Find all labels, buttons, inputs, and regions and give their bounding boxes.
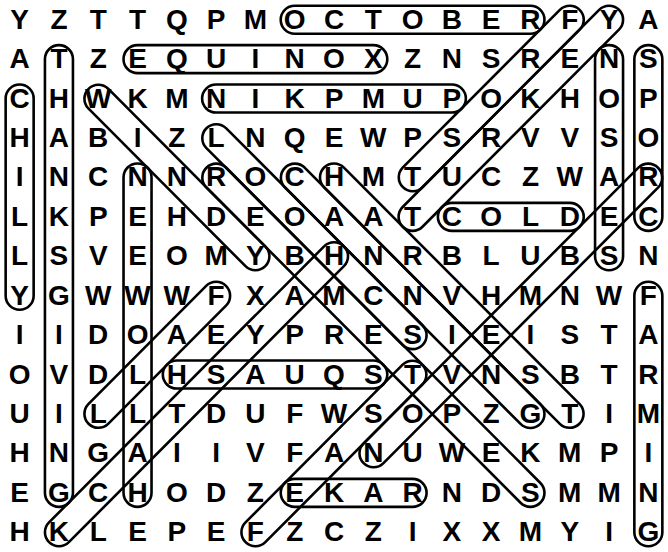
grid-cell-r12c3[interactable]: G (79, 434, 118, 473)
grid-cell-r2c7[interactable]: I (236, 39, 275, 78)
grid-cell-r7c15[interactable]: B (550, 237, 589, 276)
grid-cell-r13c7[interactable]: Z (236, 473, 275, 512)
grid-cell-r13c1[interactable]: E (0, 473, 39, 512)
grid-cell-r8c13[interactable]: H (472, 276, 511, 315)
grid-cell-r14c1[interactable]: H (0, 513, 39, 552)
grid-cell-r2c14[interactable]: R (511, 39, 550, 78)
grid-cell-r12c7[interactable]: V (236, 434, 275, 473)
grid-cell-r13c9[interactable]: K (314, 473, 353, 512)
grid-cell-r7c14[interactable]: U (511, 237, 550, 276)
grid-cell-r1c14[interactable]: R (511, 0, 550, 39)
grid-cell-r10c4[interactable]: L (118, 355, 157, 394)
grid-cell-r1c7[interactable]: M (236, 0, 275, 39)
grid-cell-r8c8[interactable]: A (275, 276, 314, 315)
grid-cell-r1c9[interactable]: C (314, 0, 353, 39)
grid-cell-r1c4[interactable]: T (118, 0, 157, 39)
grid-cell-r3c6[interactable]: N (196, 79, 235, 118)
grid-cell-r13c15[interactable]: M (550, 473, 589, 512)
grid-cell-r6c4[interactable]: E (118, 197, 157, 236)
grid-cell-r12c11[interactable]: U (393, 434, 432, 473)
grid-cell-r9c2[interactable]: I (39, 315, 78, 354)
grid-cell-r3c2[interactable]: H (39, 79, 78, 118)
grid-cell-r8c14[interactable]: M (511, 276, 550, 315)
grid-cell-r5c16[interactable]: A (589, 158, 628, 197)
grid-cell-r8c10[interactable]: C (354, 276, 393, 315)
grid-cell-r2c3[interactable]: Z (79, 39, 118, 78)
grid-cell-r12c14[interactable]: K (511, 434, 550, 473)
grid-cell-r8c17[interactable]: F (629, 276, 668, 315)
grid-cell-r13c12[interactable]: N (432, 473, 471, 512)
grid-cell-r3c5[interactable]: M (157, 79, 196, 118)
grid-cell-r14c3[interactable]: L (79, 513, 118, 552)
grid-cell-r8c15[interactable]: N (550, 276, 589, 315)
grid-cell-r14c11[interactable]: I (393, 513, 432, 552)
grid-cell-r6c13[interactable]: O (472, 197, 511, 236)
grid-cell-r10c17[interactable]: R (629, 355, 668, 394)
grid-cell-r7c8[interactable]: B (275, 237, 314, 276)
grid-cell-r11c9[interactable]: W (314, 394, 353, 433)
grid-cell-r7c4[interactable]: E (118, 237, 157, 276)
grid-cell-r1c12[interactable]: B (432, 0, 471, 39)
grid-cell-r9c10[interactable]: E (354, 315, 393, 354)
grid-cell-r9c9[interactable]: R (314, 315, 353, 354)
grid-cell-r2c1[interactable]: A (0, 39, 39, 78)
grid-cell-r5c8[interactable]: C (275, 158, 314, 197)
grid-cell-r5c1[interactable]: I (0, 158, 39, 197)
grid-cell-r4c16[interactable]: S (589, 118, 628, 157)
grid-cell-r3c10[interactable]: M (354, 79, 393, 118)
grid-cell-r12c17[interactable]: I (629, 434, 668, 473)
grid-cell-r11c13[interactable]: Z (472, 394, 511, 433)
grid-cell-r5c3[interactable]: C (79, 158, 118, 197)
grid-cell-r9c11[interactable]: S (393, 315, 432, 354)
grid-cell-r14c6[interactable]: E (196, 513, 235, 552)
grid-cell-r14c8[interactable]: Z (275, 513, 314, 552)
grid-cell-r8c11[interactable]: N (393, 276, 432, 315)
grid-cell-r11c4[interactable]: L (118, 394, 157, 433)
grid-cell-r1c1[interactable]: Y (0, 0, 39, 39)
grid-cell-r2c16[interactable]: N (589, 39, 628, 78)
grid-cell-r10c10[interactable]: S (354, 355, 393, 394)
grid-cell-r12c16[interactable]: P (589, 434, 628, 473)
grid-cell-r3c9[interactable]: P (314, 79, 353, 118)
grid-cell-r13c4[interactable]: H (118, 473, 157, 512)
grid-cell-r5c10[interactable]: M (354, 158, 393, 197)
grid-cell-r4c2[interactable]: A (39, 118, 78, 157)
grid-cell-r3c8[interactable]: K (275, 79, 314, 118)
grid-cell-r13c11[interactable]: R (393, 473, 432, 512)
grid-cell-r12c2[interactable]: N (39, 434, 78, 473)
grid-cell-r12c8[interactable]: F (275, 434, 314, 473)
grid-cell-r4c7[interactable]: N (236, 118, 275, 157)
grid-cell-r2c15[interactable]: E (550, 39, 589, 78)
grid-cell-r2c11[interactable]: Z (393, 39, 432, 78)
grid-cell-r10c8[interactable]: U (275, 355, 314, 394)
grid-cell-r1c15[interactable]: F (550, 0, 589, 39)
grid-cell-r9c8[interactable]: P (275, 315, 314, 354)
grid-cell-r4c13[interactable]: R (472, 118, 511, 157)
grid-cell-r11c7[interactable]: U (236, 394, 275, 433)
grid-cell-r12c12[interactable]: W (432, 434, 471, 473)
grid-cell-r2c5[interactable]: Q (157, 39, 196, 78)
word-search-board: YZTTQPMOCTOBERFYAATZEQUINOXZNSRENSCHWKMN… (0, 0, 668, 552)
grid-cell-r10c9[interactable]: Q (314, 355, 353, 394)
grid-cell-r1c8[interactable]: O (275, 0, 314, 39)
grid-cell-r14c10[interactable]: Z (354, 513, 393, 552)
grid-cell-r14c7[interactable]: F (236, 513, 275, 552)
grid-cell-r4c15[interactable]: V (550, 118, 589, 157)
grid-cell-r6c8[interactable]: O (275, 197, 314, 236)
grid-cell-r9c14[interactable]: I (511, 315, 550, 354)
grid-cell-r1c2[interactable]: Z (39, 0, 78, 39)
grid-cell-r4c10[interactable]: W (354, 118, 393, 157)
grid-cell-r7c9[interactable]: H (314, 237, 353, 276)
grid-cell-r7c11[interactable]: R (393, 237, 432, 276)
grid-cell-r12c5[interactable]: I (157, 434, 196, 473)
grid-cell-r12c15[interactable]: M (550, 434, 589, 473)
grid-cell-r2c2[interactable]: T (39, 39, 78, 78)
grid-cell-r5c2[interactable]: N (39, 158, 78, 197)
grid-cell-r9c13[interactable]: E (472, 315, 511, 354)
grid-cell-r9c7[interactable]: Y (236, 315, 275, 354)
grid-cell-r9c5[interactable]: A (157, 315, 196, 354)
grid-cell-r6c12[interactable]: C (432, 197, 471, 236)
grid-cell-r6c2[interactable]: K (39, 197, 78, 236)
grid-cell-r12c10[interactable]: N (354, 434, 393, 473)
grid-cell-r2c4[interactable]: E (118, 39, 157, 78)
grid-cell-r6c11[interactable]: T (393, 197, 432, 236)
grid-cell-r5c6[interactable]: R (196, 158, 235, 197)
grid-cell-r4c4[interactable]: I (118, 118, 157, 157)
grid-cell-r2c17[interactable]: S (629, 39, 668, 78)
grid-cell-r11c11[interactable]: O (393, 394, 432, 433)
grid-cell-r5c12[interactable]: U (432, 158, 471, 197)
grid-cell-r9c1[interactable]: I (0, 315, 39, 354)
grid-cell-r12c6[interactable]: I (196, 434, 235, 473)
grid-cell-r2c10[interactable]: X (354, 39, 393, 78)
grid-cell-r7c17[interactable]: N (629, 237, 668, 276)
grid-cell-r13c14[interactable]: S (511, 473, 550, 512)
grid-cell-r14c12[interactable]: X (432, 513, 471, 552)
grid-cell-r14c15[interactable]: Y (550, 513, 589, 552)
grid-cell-r4c1[interactable]: H (0, 118, 39, 157)
grid-cell-r14c14[interactable]: M (511, 513, 550, 552)
grid-cell-r2c6[interactable]: U (196, 39, 235, 78)
grid-cell-r12c9[interactable]: A (314, 434, 353, 473)
grid-cell-r14c16[interactable]: I (589, 513, 628, 552)
grid-cell-r9c16[interactable]: T (589, 315, 628, 354)
grid-cell-r3c1[interactable]: C (0, 79, 39, 118)
grid-cell-r11c1[interactable]: U (0, 394, 39, 433)
grid-cell-r4c3[interactable]: B (79, 118, 118, 157)
grid-cell-r14c13[interactable]: X (472, 513, 511, 552)
grid-cell-r6c10[interactable]: A (354, 197, 393, 236)
grid-cell-r11c15[interactable]: T (550, 394, 589, 433)
grid-cell-r11c3[interactable]: L (79, 394, 118, 433)
grid-cell-r11c14[interactable]: G (511, 394, 550, 433)
grid-cell-r2c9[interactable]: O (314, 39, 353, 78)
grid-cell-r12c4[interactable]: A (118, 434, 157, 473)
grid-cell-r5c4[interactable]: N (118, 158, 157, 197)
grid-cell-r5c11[interactable]: T (393, 158, 432, 197)
grid-cell-r9c17[interactable]: A (629, 315, 668, 354)
grid-cell-r6c16[interactable]: E (589, 197, 628, 236)
grid-cell-r11c16[interactable]: I (589, 394, 628, 433)
grid-cell-r6c17[interactable]: C (629, 197, 668, 236)
grid-cell-r4c5[interactable]: Z (157, 118, 196, 157)
grid-cell-r7c6[interactable]: M (196, 237, 235, 276)
grid-cell-r10c11[interactable]: T (393, 355, 432, 394)
grid-cell-r10c16[interactable]: T (589, 355, 628, 394)
grid-cell-r1c16[interactable]: Y (589, 0, 628, 39)
grid-cell-r3c16[interactable]: O (589, 79, 628, 118)
grid-cell-r10c1[interactable]: O (0, 355, 39, 394)
grid-cell-r1c6[interactable]: P (196, 0, 235, 39)
grid-cell-r10c3[interactable]: D (79, 355, 118, 394)
grid-cell-r8c12[interactable]: V (432, 276, 471, 315)
grid-cell-r8c6[interactable]: F (196, 276, 235, 315)
grid-cell-r7c5[interactable]: O (157, 237, 196, 276)
grid-cell-r11c2[interactable]: I (39, 394, 78, 433)
grid-cell-r4c17[interactable]: O (629, 118, 668, 157)
grid-cell-r3c3[interactable]: W (79, 79, 118, 118)
grid-cell-r10c12[interactable]: V (432, 355, 471, 394)
grid-cell-r11c5[interactable]: T (157, 394, 196, 433)
grid-cell-r4c8[interactable]: Q (275, 118, 314, 157)
grid-cell-r2c13[interactable]: S (472, 39, 511, 78)
grid-cell-r13c16[interactable]: M (589, 473, 628, 512)
grid-cell-r8c3[interactable]: W (79, 276, 118, 315)
grid-cell-r14c4[interactable]: E (118, 513, 157, 552)
grid-cell-r1c17[interactable]: A (629, 0, 668, 39)
grid-cell-r4c6[interactable]: L (196, 118, 235, 157)
grid-cell-r6c9[interactable]: A (314, 197, 353, 236)
grid-cell-r5c7[interactable]: O (236, 158, 275, 197)
grid-cell-r5c17[interactable]: R (629, 158, 668, 197)
grid-cell-r12c1[interactable]: H (0, 434, 39, 473)
grid-cell-r6c14[interactable]: L (511, 197, 550, 236)
grid-cell-r10c13[interactable]: N (472, 355, 511, 394)
grid-cell-r12c13[interactable]: E (472, 434, 511, 473)
grid-cell-r9c3[interactable]: D (79, 315, 118, 354)
grid-cell-r8c9[interactable]: M (314, 276, 353, 315)
grid-cell-r2c12[interactable]: N (432, 39, 471, 78)
grid-cell-r13c13[interactable]: D (472, 473, 511, 512)
grid-cell-r13c10[interactable]: A (354, 473, 393, 512)
grid-cell-r6c15[interactable]: D (550, 197, 589, 236)
grid-cell-r3c4[interactable]: K (118, 79, 157, 118)
grid-cell-r13c5[interactable]: O (157, 473, 196, 512)
grid-cell-r14c9[interactable]: C (314, 513, 353, 552)
grid-cell-r7c1[interactable]: L (0, 237, 39, 276)
grid-cell-r3c11[interactable]: U (393, 79, 432, 118)
grid-cell-r9c4[interactable]: O (118, 315, 157, 354)
grid-cell-r10c2[interactable]: V (39, 355, 78, 394)
grid-cell-r3c13[interactable]: O (472, 79, 511, 118)
grid-cell-r13c3[interactable]: C (79, 473, 118, 512)
grid-cell-r13c6[interactable]: D (196, 473, 235, 512)
grid-cell-r11c8[interactable]: F (275, 394, 314, 433)
grid-cell-r5c15[interactable]: W (550, 158, 589, 197)
grid-cell-r11c6[interactable]: D (196, 394, 235, 433)
grid-cell-r4c14[interactable]: V (511, 118, 550, 157)
grid-cell-r8c5[interactable]: W (157, 276, 196, 315)
grid-cell-r1c3[interactable]: T (79, 0, 118, 39)
grid-cell-r3c17[interactable]: P (629, 79, 668, 118)
grid-cell-r10c5[interactable]: H (157, 355, 196, 394)
grid-cell-r1c10[interactable]: T (354, 0, 393, 39)
grid-cell-r3c14[interactable]: K (511, 79, 550, 118)
grid-cell-r14c5[interactable]: P (157, 513, 196, 552)
grid-cell-r1c13[interactable]: E (472, 0, 511, 39)
letter-grid: YZTTQPMOCTOBERFYAATZEQUINOXZNSRENSCHWKMN… (0, 0, 668, 552)
grid-cell-r3c15[interactable]: H (550, 79, 589, 118)
grid-cell-r7c7[interactable]: Y (236, 237, 275, 276)
grid-cell-r5c9[interactable]: H (314, 158, 353, 197)
grid-cell-r5c13[interactable]: C (472, 158, 511, 197)
grid-cell-r14c2[interactable]: K (39, 513, 78, 552)
grid-cell-r3c12[interactable]: P (432, 79, 471, 118)
grid-cell-r10c15[interactable]: B (550, 355, 589, 394)
grid-cell-r8c1[interactable]: Y (0, 276, 39, 315)
grid-cell-r8c7[interactable]: X (236, 276, 275, 315)
grid-cell-r13c8[interactable]: E (275, 473, 314, 512)
grid-cell-r4c9[interactable]: E (314, 118, 353, 157)
grid-cell-r8c2[interactable]: G (39, 276, 78, 315)
grid-cell-r6c5[interactable]: H (157, 197, 196, 236)
grid-cell-r4c12[interactable]: S (432, 118, 471, 157)
grid-cell-r14c17[interactable]: G (629, 513, 668, 552)
grid-cell-r11c17[interactable]: M (629, 394, 668, 433)
grid-cell-r7c3[interactable]: V (79, 237, 118, 276)
grid-cell-r1c5[interactable]: Q (157, 0, 196, 39)
grid-cell-r6c3[interactable]: P (79, 197, 118, 236)
grid-cell-r11c12[interactable]: P (432, 394, 471, 433)
grid-cell-r4c11[interactable]: P (393, 118, 432, 157)
grid-cell-r13c2[interactable]: G (39, 473, 78, 512)
grid-cell-r5c14[interactable]: Z (511, 158, 550, 197)
grid-cell-r1c11[interactable]: O (393, 0, 432, 39)
grid-cell-r8c4[interactable]: W (118, 276, 157, 315)
grid-cell-r7c2[interactable]: S (39, 237, 78, 276)
grid-cell-r6c1[interactable]: L (0, 197, 39, 236)
grid-cell-r11c10[interactable]: S (354, 394, 393, 433)
grid-cell-r7c12[interactable]: B (432, 237, 471, 276)
grid-cell-r5c5[interactable]: N (157, 158, 196, 197)
grid-cell-r6c7[interactable]: E (236, 197, 275, 236)
grid-cell-r9c15[interactable]: S (550, 315, 589, 354)
grid-cell-r2c8[interactable]: N (275, 39, 314, 78)
grid-cell-r7c13[interactable]: L (472, 237, 511, 276)
grid-cell-r10c14[interactable]: S (511, 355, 550, 394)
grid-cell-r9c6[interactable]: E (196, 315, 235, 354)
grid-cell-r10c7[interactable]: A (236, 355, 275, 394)
grid-cell-r8c16[interactable]: W (589, 276, 628, 315)
grid-cell-r3c7[interactable]: I (236, 79, 275, 118)
grid-cell-r6c6[interactable]: D (196, 197, 235, 236)
grid-cell-r7c10[interactable]: N (354, 237, 393, 276)
grid-cell-r9c12[interactable]: I (432, 315, 471, 354)
grid-cell-r13c17[interactable]: N (629, 473, 668, 512)
grid-cell-r7c16[interactable]: S (589, 237, 628, 276)
grid-cell-r10c6[interactable]: S (196, 355, 235, 394)
